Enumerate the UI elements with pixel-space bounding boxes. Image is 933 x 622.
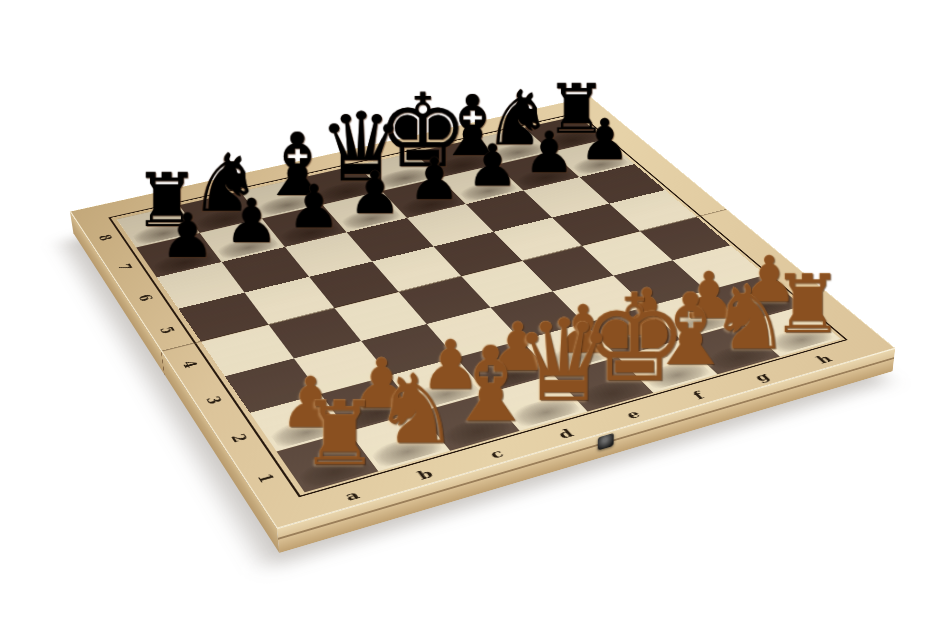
clasp <box>598 433 614 451</box>
file-label: f <box>689 389 707 402</box>
file-label: e <box>622 407 643 421</box>
file-label: c <box>486 446 507 461</box>
rank-label: 7 <box>113 262 136 272</box>
rank-label: 1 <box>252 472 279 485</box>
file-label: g <box>751 370 773 384</box>
board-top-surface: 87654321 abcdefgh ♜♞♝♛♚♝♞♜♟♟♟♟♟♟♟♟♟♟♟♟♟♟… <box>70 96 895 528</box>
chess-board: 87654321 abcdefgh ♜♞♝♛♚♝♞♜♟♟♟♟♟♟♟♟♟♟♟♟♟♟… <box>70 96 895 528</box>
piece-shadow <box>408 376 482 409</box>
rank-label: 8 <box>94 233 116 242</box>
rank-label: 3 <box>201 394 226 406</box>
file-label: a <box>341 487 362 503</box>
piece-shadow <box>254 192 318 217</box>
rank-label: 2 <box>226 432 252 445</box>
scene: 87654321 abcdefgh ♜♞♝♛♚♝♞♜♟♟♟♟♟♟♟♟♟♟♟♟♟♟… <box>0 0 933 622</box>
file-label: h <box>812 352 835 365</box>
chess-set-photo: 87654321 abcdefgh ♜♞♝♛♚♝♞♜♟♟♟♟♟♟♟♟♟♟♟♟♟♟… <box>0 0 933 622</box>
rank-label: 5 <box>155 325 179 336</box>
rank-label: 6 <box>134 293 157 303</box>
file-label: d <box>554 426 576 441</box>
file-label: b <box>414 466 436 482</box>
rank-label: 4 <box>177 359 202 370</box>
piece-shadow <box>667 307 737 337</box>
